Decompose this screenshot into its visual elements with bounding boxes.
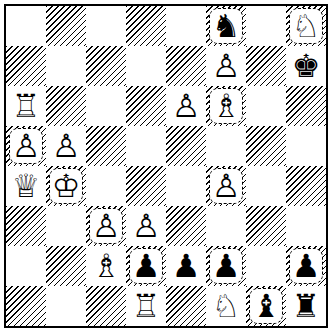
piece-black-pawn: ♟ bbox=[129, 248, 163, 284]
square-f6[interactable]: ♗ bbox=[206, 86, 246, 126]
square-a5[interactable]: ♙ bbox=[6, 126, 46, 166]
square-f1[interactable]: ♘ bbox=[206, 286, 246, 326]
piece-white-pawn: ♙ bbox=[128, 207, 164, 245]
square-a3[interactable] bbox=[6, 206, 46, 246]
square-d3[interactable]: ♙ bbox=[126, 206, 166, 246]
piece-black-king: ♚ bbox=[288, 47, 324, 85]
square-h1[interactable]: ♜ bbox=[286, 286, 326, 326]
square-f8[interactable]: ♞ bbox=[206, 6, 246, 46]
piece-white-pawn: ♙ bbox=[9, 128, 43, 164]
square-a7[interactable] bbox=[6, 46, 46, 86]
square-e7[interactable] bbox=[166, 46, 206, 86]
square-e3[interactable] bbox=[166, 206, 206, 246]
square-a1[interactable] bbox=[6, 286, 46, 326]
square-b8[interactable] bbox=[46, 6, 86, 46]
square-d6[interactable] bbox=[126, 86, 166, 126]
square-b7[interactable] bbox=[46, 46, 86, 86]
square-g2[interactable] bbox=[246, 246, 286, 286]
square-b4[interactable]: ♔ bbox=[46, 166, 86, 206]
piece-black-rook: ♜ bbox=[288, 287, 324, 325]
piece-white-pawn: ♙ bbox=[168, 87, 204, 125]
square-d8[interactable] bbox=[126, 6, 166, 46]
square-c7[interactable] bbox=[86, 46, 126, 86]
square-f2[interactable]: ♟ bbox=[206, 246, 246, 286]
square-g7[interactable] bbox=[246, 46, 286, 86]
square-h2[interactable]: ♟ bbox=[286, 246, 326, 286]
square-c2[interactable]: ♗ bbox=[86, 246, 126, 286]
chessboard: ♞♘♙♚♖♙♗♙♙♕♔♙♙♙♗♟♟♟♟♖♘♝♜ bbox=[6, 6, 326, 326]
square-c1[interactable] bbox=[86, 286, 126, 326]
piece-white-queen: ♕ bbox=[8, 167, 44, 205]
square-a2[interactable] bbox=[6, 246, 46, 286]
piece-white-rook: ♖ bbox=[128, 287, 164, 325]
piece-white-pawn: ♙ bbox=[89, 208, 123, 244]
piece-white-king: ♔ bbox=[49, 168, 83, 204]
square-f7[interactable]: ♙ bbox=[206, 46, 246, 86]
piece-white-pawn: ♙ bbox=[48, 127, 84, 165]
square-g3[interactable] bbox=[246, 206, 286, 246]
piece-white-bishop: ♗ bbox=[88, 247, 124, 285]
square-f4[interactable]: ♙ bbox=[206, 166, 246, 206]
piece-white-rook: ♖ bbox=[8, 87, 44, 125]
square-b3[interactable] bbox=[46, 206, 86, 246]
square-e2[interactable]: ♟ bbox=[166, 246, 206, 286]
square-h8[interactable]: ♘ bbox=[286, 6, 326, 46]
square-a8[interactable] bbox=[6, 6, 46, 46]
piece-black-knight: ♞ bbox=[209, 8, 243, 44]
square-f5[interactable] bbox=[206, 126, 246, 166]
square-c8[interactable] bbox=[86, 6, 126, 46]
square-g6[interactable] bbox=[246, 86, 286, 126]
piece-white-pawn: ♙ bbox=[208, 47, 244, 85]
square-b2[interactable] bbox=[46, 246, 86, 286]
square-a6[interactable]: ♖ bbox=[6, 86, 46, 126]
square-e6[interactable]: ♙ bbox=[166, 86, 206, 126]
piece-black-pawn: ♟ bbox=[209, 248, 243, 284]
square-d7[interactable] bbox=[126, 46, 166, 86]
square-g5[interactable] bbox=[246, 126, 286, 166]
square-e4[interactable] bbox=[166, 166, 206, 206]
square-a4[interactable]: ♕ bbox=[6, 166, 46, 206]
square-c3[interactable]: ♙ bbox=[86, 206, 126, 246]
square-e1[interactable] bbox=[166, 286, 206, 326]
square-h7[interactable]: ♚ bbox=[286, 46, 326, 86]
square-h4[interactable] bbox=[286, 166, 326, 206]
square-g8[interactable] bbox=[246, 6, 286, 46]
square-h3[interactable] bbox=[286, 206, 326, 246]
square-b5[interactable]: ♙ bbox=[46, 126, 86, 166]
square-h6[interactable] bbox=[286, 86, 326, 126]
square-b1[interactable] bbox=[46, 286, 86, 326]
piece-black-bishop: ♝ bbox=[249, 288, 283, 324]
square-d5[interactable] bbox=[126, 126, 166, 166]
piece-black-pawn: ♟ bbox=[289, 248, 323, 284]
square-g4[interactable] bbox=[246, 166, 286, 206]
square-f3[interactable] bbox=[206, 206, 246, 246]
square-e5[interactable] bbox=[166, 126, 206, 166]
square-d4[interactable] bbox=[126, 166, 166, 206]
square-e8[interactable] bbox=[166, 6, 206, 46]
square-d2[interactable]: ♟ bbox=[126, 246, 166, 286]
piece-white-pawn: ♙ bbox=[209, 168, 243, 204]
chessboard-frame: ♞♘♙♚♖♙♗♙♙♕♔♙♙♙♗♟♟♟♟♖♘♝♜ bbox=[4, 4, 328, 328]
square-c5[interactable] bbox=[86, 126, 126, 166]
piece-white-knight: ♘ bbox=[289, 8, 323, 44]
square-c6[interactable] bbox=[86, 86, 126, 126]
square-h5[interactable] bbox=[286, 126, 326, 166]
square-c4[interactable] bbox=[86, 166, 126, 206]
chess-diagram: ♞♘♙♚♖♙♗♙♙♕♔♙♙♙♗♟♟♟♟♖♘♝♜ bbox=[0, 0, 332, 332]
piece-white-knight: ♘ bbox=[208, 287, 244, 325]
square-g1[interactable]: ♝ bbox=[246, 286, 286, 326]
square-b6[interactable] bbox=[46, 86, 86, 126]
square-d1[interactable]: ♖ bbox=[126, 286, 166, 326]
piece-black-pawn: ♟ bbox=[168, 247, 204, 285]
piece-white-bishop: ♗ bbox=[209, 88, 243, 124]
